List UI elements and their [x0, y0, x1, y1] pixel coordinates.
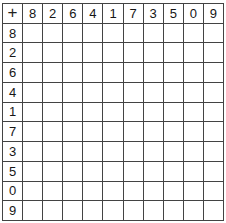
- answer-cell-r7-c2[interactable]: [43, 142, 63, 162]
- answer-cell-r2-c3[interactable]: [63, 43, 83, 63]
- answer-cell-r6-c6[interactable]: [124, 122, 144, 142]
- answer-cell-r6-c1[interactable]: [23, 122, 43, 142]
- answer-cell-r4-c8[interactable]: [164, 83, 184, 103]
- answer-cell-r8-c5[interactable]: [103, 162, 123, 182]
- answer-cell-r10-c5[interactable]: [103, 201, 123, 221]
- answer-cell-r10-c2[interactable]: [43, 201, 63, 221]
- answer-cell-r7-c3[interactable]: [63, 142, 83, 162]
- answer-cell-r7-c6[interactable]: [124, 142, 144, 162]
- answer-cell-r9-c5[interactable]: [103, 182, 123, 202]
- answer-cell-r1-c8[interactable]: [164, 24, 184, 44]
- answer-cell-r9-c4[interactable]: [83, 182, 103, 202]
- col-header-4: 4: [83, 4, 103, 24]
- answer-cell-r5-c3[interactable]: [63, 103, 83, 123]
- answer-cell-r1-c2[interactable]: [43, 24, 63, 44]
- answer-cell-r1-c4[interactable]: [83, 24, 103, 44]
- answer-cell-r1-c3[interactable]: [63, 24, 83, 44]
- answer-cell-r7-c8[interactable]: [164, 142, 184, 162]
- answer-cell-r5-c1[interactable]: [23, 103, 43, 123]
- answer-cell-r5-c9[interactable]: [184, 103, 204, 123]
- answer-cell-r3-c6[interactable]: [124, 63, 144, 83]
- answer-cell-r9-c7[interactable]: [144, 182, 164, 202]
- answer-cell-r4-c1[interactable]: [23, 83, 43, 103]
- answer-cell-r3-c5[interactable]: [103, 63, 123, 83]
- answer-cell-r8-c8[interactable]: [164, 162, 184, 182]
- answer-cell-r5-c10[interactable]: [204, 103, 224, 123]
- answer-cell-r2-c10[interactable]: [204, 43, 224, 63]
- answer-cell-r4-c4[interactable]: [83, 83, 103, 103]
- answer-cell-r10-c8[interactable]: [164, 201, 184, 221]
- answer-cell-r6-c4[interactable]: [83, 122, 103, 142]
- answer-cell-r2-c5[interactable]: [103, 43, 123, 63]
- answer-cell-r9-c9[interactable]: [184, 182, 204, 202]
- answer-cell-r10-c1[interactable]: [23, 201, 43, 221]
- answer-cell-r10-c7[interactable]: [144, 201, 164, 221]
- answer-cell-r6-c5[interactable]: [103, 122, 123, 142]
- answer-cell-r2-c1[interactable]: [23, 43, 43, 63]
- answer-cell-r10-c4[interactable]: [83, 201, 103, 221]
- answer-cell-r10-c10[interactable]: [204, 201, 224, 221]
- plus-operator-cell: +: [3, 4, 23, 24]
- answer-cell-r1-c7[interactable]: [144, 24, 164, 44]
- answer-cell-r5-c8[interactable]: [164, 103, 184, 123]
- answer-cell-r4-c5[interactable]: [103, 83, 123, 103]
- answer-cell-r8-c4[interactable]: [83, 162, 103, 182]
- answer-cell-r1-c5[interactable]: [103, 24, 123, 44]
- answer-cell-r4-c3[interactable]: [63, 83, 83, 103]
- answer-cell-r3-c4[interactable]: [83, 63, 103, 83]
- addition-table-grid: +82641735098264173509: [2, 3, 224, 221]
- col-header-9: 0: [184, 4, 204, 24]
- answer-cell-r2-c9[interactable]: [184, 43, 204, 63]
- answer-cell-r8-c9[interactable]: [184, 162, 204, 182]
- col-header-10: 9: [204, 4, 224, 24]
- answer-cell-r7-c10[interactable]: [204, 142, 224, 162]
- col-header-5: 1: [103, 4, 123, 24]
- answer-cell-r6-c8[interactable]: [164, 122, 184, 142]
- answer-cell-r8-c6[interactable]: [124, 162, 144, 182]
- answer-cell-r4-c2[interactable]: [43, 83, 63, 103]
- answer-cell-r4-c10[interactable]: [204, 83, 224, 103]
- answer-cell-r4-c6[interactable]: [124, 83, 144, 103]
- answer-cell-r1-c6[interactable]: [124, 24, 144, 44]
- answer-cell-r10-c3[interactable]: [63, 201, 83, 221]
- answer-cell-r9-c10[interactable]: [204, 182, 224, 202]
- col-header-3: 6: [63, 4, 83, 24]
- answer-cell-r10-c6[interactable]: [124, 201, 144, 221]
- answer-cell-r7-c9[interactable]: [184, 142, 204, 162]
- answer-cell-r9-c1[interactable]: [23, 182, 43, 202]
- row-header-7: 3: [3, 142, 23, 162]
- answer-cell-r6-c2[interactable]: [43, 122, 63, 142]
- answer-cell-r9-c6[interactable]: [124, 182, 144, 202]
- answer-cell-r4-c7[interactable]: [144, 83, 164, 103]
- answer-cell-r9-c8[interactable]: [164, 182, 184, 202]
- answer-cell-r2-c6[interactable]: [124, 43, 144, 63]
- answer-cell-r3-c10[interactable]: [204, 63, 224, 83]
- answer-cell-r8-c3[interactable]: [63, 162, 83, 182]
- answer-cell-r4-c9[interactable]: [184, 83, 204, 103]
- answer-cell-r2-c2[interactable]: [43, 43, 63, 63]
- answer-cell-r5-c2[interactable]: [43, 103, 63, 123]
- answer-cell-r8-c7[interactable]: [144, 162, 164, 182]
- col-header-6: 7: [124, 4, 144, 24]
- answer-cell-r6-c3[interactable]: [63, 122, 83, 142]
- row-header-6: 7: [3, 122, 23, 142]
- row-header-9: 0: [3, 182, 23, 202]
- answer-cell-r6-c9[interactable]: [184, 122, 204, 142]
- answer-cell-r10-c9[interactable]: [184, 201, 204, 221]
- row-header-3: 6: [3, 63, 23, 83]
- answer-cell-r1-c9[interactable]: [184, 24, 204, 44]
- answer-cell-r7-c1[interactable]: [23, 142, 43, 162]
- answer-cell-r3-c3[interactable]: [63, 63, 83, 83]
- answer-cell-r2-c8[interactable]: [164, 43, 184, 63]
- answer-cell-r2-c7[interactable]: [144, 43, 164, 63]
- answer-cell-r7-c5[interactable]: [103, 142, 123, 162]
- answer-cell-r9-c3[interactable]: [63, 182, 83, 202]
- col-header-2: 2: [43, 4, 63, 24]
- row-header-10: 9: [3, 201, 23, 221]
- row-header-4: 4: [3, 83, 23, 103]
- answer-cell-r8-c2[interactable]: [43, 162, 63, 182]
- worksheet-page: +82641735098264173509: [0, 0, 226, 223]
- row-header-2: 2: [3, 43, 23, 63]
- answer-cell-r3-c1[interactable]: [23, 63, 43, 83]
- answer-cell-r6-c7[interactable]: [144, 122, 164, 142]
- row-header-5: 1: [3, 103, 23, 123]
- answer-cell-r5-c7[interactable]: [144, 103, 164, 123]
- row-header-1: 8: [3, 24, 23, 44]
- answer-cell-r2-c4[interactable]: [83, 43, 103, 63]
- answer-cell-r5-c6[interactable]: [124, 103, 144, 123]
- answer-cell-r8-c1[interactable]: [23, 162, 43, 182]
- col-header-7: 3: [144, 4, 164, 24]
- answer-cell-r3-c9[interactable]: [184, 63, 204, 83]
- answer-cell-r3-c7[interactable]: [144, 63, 164, 83]
- answer-cell-r3-c2[interactable]: [43, 63, 63, 83]
- answer-cell-r3-c8[interactable]: [164, 63, 184, 83]
- row-header-8: 5: [3, 162, 23, 182]
- answer-cell-r1-c1[interactable]: [23, 24, 43, 44]
- answer-cell-r7-c7[interactable]: [144, 142, 164, 162]
- answer-cell-r7-c4[interactable]: [83, 142, 103, 162]
- answer-cell-r9-c2[interactable]: [43, 182, 63, 202]
- answer-cell-r8-c10[interactable]: [204, 162, 224, 182]
- col-header-1: 8: [23, 4, 43, 24]
- answer-cell-r1-c10[interactable]: [204, 24, 224, 44]
- col-header-8: 5: [164, 4, 184, 24]
- answer-cell-r6-c10[interactable]: [204, 122, 224, 142]
- answer-cell-r5-c5[interactable]: [103, 103, 123, 123]
- answer-cell-r5-c4[interactable]: [83, 103, 103, 123]
